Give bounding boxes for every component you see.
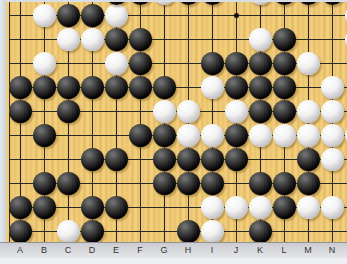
stone[interactable] bbox=[273, 28, 296, 51]
stone[interactable] bbox=[273, 76, 296, 99]
stone[interactable] bbox=[249, 52, 272, 75]
stone[interactable] bbox=[105, 196, 128, 219]
stone[interactable] bbox=[57, 76, 80, 99]
stone[interactable] bbox=[297, 52, 320, 75]
stone[interactable] bbox=[9, 220, 32, 243]
stone[interactable] bbox=[129, 52, 152, 75]
stone[interactable] bbox=[249, 28, 272, 51]
stone[interactable] bbox=[201, 76, 224, 99]
window-left-border bbox=[0, 0, 6, 258]
column-label: C bbox=[61, 245, 75, 256]
stone[interactable] bbox=[273, 52, 296, 75]
stone[interactable] bbox=[33, 196, 56, 219]
stone[interactable] bbox=[201, 220, 224, 243]
stone[interactable] bbox=[225, 148, 248, 171]
stone[interactable] bbox=[33, 172, 56, 195]
column-label: N bbox=[325, 245, 339, 256]
stone[interactable] bbox=[225, 124, 248, 147]
stone[interactable] bbox=[105, 148, 128, 171]
stone[interactable] bbox=[33, 4, 56, 27]
column-label: F bbox=[133, 245, 147, 256]
stone[interactable] bbox=[321, 100, 344, 123]
stone[interactable] bbox=[33, 124, 56, 147]
stone[interactable] bbox=[105, 76, 128, 99]
stone[interactable] bbox=[249, 124, 272, 147]
stone[interactable] bbox=[225, 76, 248, 99]
stone[interactable] bbox=[321, 196, 344, 219]
stone[interactable] bbox=[129, 76, 152, 99]
partial-stone-top[interactable] bbox=[249, 2, 272, 5]
stone[interactable] bbox=[201, 148, 224, 171]
stone[interactable] bbox=[321, 124, 344, 147]
go-app-window: ABCDEFGHIJKLMN bbox=[0, 0, 347, 264]
column-label: E bbox=[109, 245, 123, 256]
stone[interactable] bbox=[321, 148, 344, 171]
stone[interactable] bbox=[9, 196, 32, 219]
stone[interactable] bbox=[201, 196, 224, 219]
stone[interactable] bbox=[129, 124, 152, 147]
stone[interactable] bbox=[57, 28, 80, 51]
stone[interactable] bbox=[177, 100, 200, 123]
coordinate-strip: ABCDEFGHIJKLMN bbox=[0, 242, 347, 258]
stone[interactable] bbox=[273, 124, 296, 147]
go-board[interactable] bbox=[6, 2, 347, 243]
stone[interactable] bbox=[105, 52, 128, 75]
stone[interactable] bbox=[273, 100, 296, 123]
stone[interactable] bbox=[153, 76, 176, 99]
stone[interactable] bbox=[297, 124, 320, 147]
window-bottom-border bbox=[0, 258, 347, 264]
stone[interactable] bbox=[297, 148, 320, 171]
column-label: I bbox=[205, 245, 219, 256]
column-label: B bbox=[37, 245, 51, 256]
stone[interactable] bbox=[153, 172, 176, 195]
column-label: A bbox=[13, 245, 27, 256]
partial-stone-top[interactable] bbox=[153, 2, 176, 5]
stone[interactable] bbox=[225, 100, 248, 123]
stone[interactable] bbox=[129, 28, 152, 51]
stone[interactable] bbox=[273, 196, 296, 219]
stone[interactable] bbox=[249, 172, 272, 195]
stone[interactable] bbox=[201, 124, 224, 147]
stone[interactable] bbox=[9, 76, 32, 99]
stone[interactable] bbox=[105, 4, 128, 27]
stone[interactable] bbox=[177, 172, 200, 195]
stone[interactable] bbox=[273, 172, 296, 195]
partial-stone-top[interactable] bbox=[177, 2, 200, 5]
stone[interactable] bbox=[249, 220, 272, 243]
stone[interactable] bbox=[81, 28, 104, 51]
stone[interactable] bbox=[81, 220, 104, 243]
stone[interactable] bbox=[201, 52, 224, 75]
stone[interactable] bbox=[249, 196, 272, 219]
column-label: M bbox=[301, 245, 315, 256]
stone[interactable] bbox=[105, 28, 128, 51]
star-point bbox=[234, 13, 239, 18]
partial-stone-top[interactable] bbox=[321, 2, 344, 5]
stone[interactable] bbox=[201, 172, 224, 195]
partial-stone-top[interactable] bbox=[129, 2, 152, 5]
column-label: D bbox=[85, 245, 99, 256]
stone[interactable] bbox=[33, 76, 56, 99]
partial-stone-top[interactable] bbox=[297, 2, 320, 5]
partial-stone-top[interactable] bbox=[273, 2, 296, 5]
stone[interactable] bbox=[153, 124, 176, 147]
stone[interactable] bbox=[9, 100, 32, 123]
stone[interactable] bbox=[249, 100, 272, 123]
stone[interactable] bbox=[81, 4, 104, 27]
stone[interactable] bbox=[225, 196, 248, 219]
column-label: L bbox=[277, 245, 291, 256]
stone[interactable] bbox=[177, 220, 200, 243]
stone[interactable] bbox=[57, 220, 80, 243]
stone[interactable] bbox=[177, 124, 200, 147]
stone[interactable] bbox=[33, 52, 56, 75]
stone[interactable] bbox=[81, 148, 104, 171]
column-label: G bbox=[157, 245, 171, 256]
stone[interactable] bbox=[297, 172, 320, 195]
stone[interactable] bbox=[249, 76, 272, 99]
column-label: K bbox=[253, 245, 267, 256]
partial-stone-top[interactable] bbox=[105, 2, 128, 5]
partial-stone-top[interactable] bbox=[201, 2, 224, 5]
stone[interactable] bbox=[225, 52, 248, 75]
stone[interactable] bbox=[81, 76, 104, 99]
stone[interactable] bbox=[57, 4, 80, 27]
stone[interactable] bbox=[81, 196, 104, 219]
stone[interactable] bbox=[297, 196, 320, 219]
stone[interactable] bbox=[153, 100, 176, 123]
column-label: J bbox=[229, 245, 243, 256]
stone[interactable] bbox=[57, 172, 80, 195]
stone[interactable] bbox=[177, 148, 200, 171]
column-label: H bbox=[181, 245, 195, 256]
stone[interactable] bbox=[57, 100, 80, 123]
stone[interactable] bbox=[297, 100, 320, 123]
stone[interactable] bbox=[321, 76, 344, 99]
stone[interactable] bbox=[153, 148, 176, 171]
